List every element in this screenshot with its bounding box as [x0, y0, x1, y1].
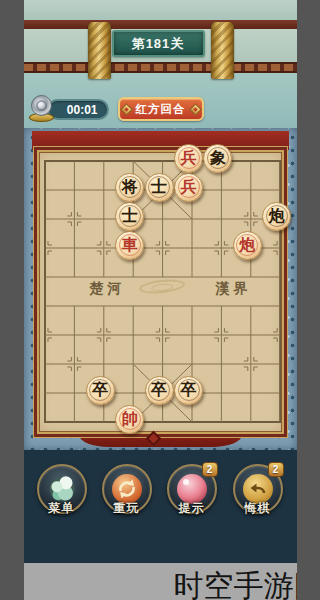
level-label: 第181关: [132, 35, 185, 53]
watermark-band: 时空手游网: [24, 563, 297, 600]
river-label-han: 漢界: [203, 280, 265, 298]
piece-black-cannon[interactable]: 炮: [262, 202, 291, 231]
wall-railing: [24, 62, 297, 73]
turn-indicator: 红方回合: [118, 97, 204, 121]
undo-count-badge: 2: [268, 462, 284, 477]
piece-red-general[interactable]: 帥: [115, 405, 144, 434]
river-label-chu: 楚河: [77, 280, 139, 298]
undo-arrow-icon: [246, 477, 270, 501]
timer-value: 00:01: [67, 103, 98, 117]
piece-black-soldier[interactable]: 卒: [174, 376, 203, 405]
piece-black-soldier[interactable]: 卒: [145, 376, 174, 405]
scenery-sky: [24, 0, 297, 20]
wall-beam: [24, 20, 297, 29]
piece-red-soldier[interactable]: 兵: [174, 173, 203, 202]
piece-red-soldier[interactable]: 兵: [174, 144, 203, 173]
level-banner: 第181关: [112, 30, 205, 57]
dragon-pillar-icon: [88, 22, 111, 79]
piece-black-elephant[interactable]: 象: [203, 144, 232, 173]
snail-timer-icon: [27, 93, 57, 123]
dragon-pillar-icon: [211, 22, 234, 79]
menu-button-label: 菜单: [30, 500, 94, 517]
watermark-text: 时空手游网: [174, 566, 297, 600]
hint-button-label: 提示: [160, 500, 224, 517]
replay-button-label: 重玩: [95, 500, 159, 517]
refresh-arrows-icon: [114, 476, 140, 502]
banner-gem-icon: [189, 103, 202, 116]
piece-black-advisor[interactable]: 士: [115, 202, 144, 231]
undo-button-label: 悔棋: [226, 500, 290, 517]
game-screen: 第181关 00:01 红方回合 楚河 漢界 兵象将士兵士炮車炮卒卒卒帥: [24, 0, 297, 600]
piece-black-soldier[interactable]: 卒: [86, 376, 115, 405]
piece-red-chariot[interactable]: 車: [115, 231, 144, 260]
piece-red-cannon[interactable]: 炮: [233, 231, 262, 260]
turn-label: 红方回合: [136, 102, 186, 117]
piece-black-general[interactable]: 将: [115, 173, 144, 202]
lotus-icon: [48, 475, 76, 503]
piece-black-advisor[interactable]: 士: [145, 173, 174, 202]
banner-gem-icon: [120, 103, 133, 116]
hint-count-badge: 2: [202, 462, 218, 477]
